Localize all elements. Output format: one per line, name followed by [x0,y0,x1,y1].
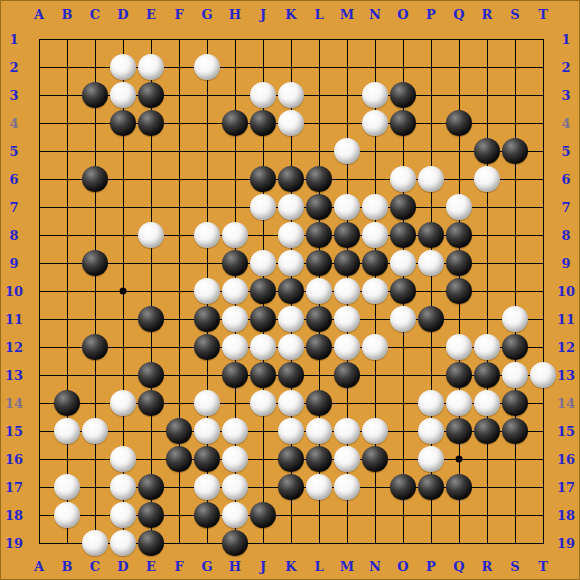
intersection-P15 [417,417,445,445]
coord-label-9: 9 [561,256,570,271]
coord-label-H: H [229,559,241,574]
white-stone [194,418,220,444]
intersection-D4 [109,109,137,137]
intersection-H11 [221,305,249,333]
white-stone [278,110,304,136]
coord-label-5: 5 [561,144,570,159]
black-stone [474,362,500,388]
white-stone [334,306,360,332]
black-stone [250,502,276,528]
white-stone [250,334,276,360]
intersection-H9 [221,249,249,277]
coord-label-B: B [62,7,73,22]
coord-label-J: J [260,559,266,574]
black-stone [278,446,304,472]
white-stone [194,390,220,416]
white-stone [362,82,388,108]
white-stone [110,390,136,416]
white-stone [362,110,388,136]
intersection-K6 [277,165,305,193]
intersection-Q17 [445,473,473,501]
black-stone [390,222,416,248]
black-stone [194,502,220,528]
intersection-J13 [249,361,277,389]
white-stone [222,474,248,500]
coord-label-17: 17 [5,480,23,495]
black-stone [278,278,304,304]
white-stone [194,54,220,80]
intersection-E11 [137,305,165,333]
white-stone [390,306,416,332]
intersection-S12 [501,333,529,361]
intersection-S11 [501,305,529,333]
black-stone [306,446,332,472]
white-stone [334,138,360,164]
intersection-K14 [277,389,305,417]
black-stone [250,110,276,136]
intersection-D2 [109,53,137,81]
black-stone [390,474,416,500]
intersection-O17 [389,473,417,501]
black-stone [334,250,360,276]
coord-label-F: F [174,7,183,22]
black-stone [138,474,164,500]
intersection-P6 [417,165,445,193]
white-stone [194,474,220,500]
white-stone [278,390,304,416]
intersection-K9 [277,249,305,277]
black-stone [306,194,332,220]
white-stone [334,194,360,220]
intersection-M15 [333,417,361,445]
intersection-M8 [333,221,361,249]
intersection-L7 [305,193,333,221]
white-stone [222,418,248,444]
white-stone [390,166,416,192]
intersection-G15 [193,417,221,445]
intersection-H19 [221,529,249,557]
coord-label-8: 8 [9,228,18,243]
black-stone [502,138,528,164]
coord-label-S: S [510,7,519,22]
white-stone [418,446,444,472]
stones-layer [25,25,557,557]
black-stone [138,530,164,556]
intersection-J6 [249,165,277,193]
coord-label-19: 19 [5,536,23,551]
coord-label-T: T [538,7,548,22]
white-stone [306,474,332,500]
coord-label-12: 12 [5,340,23,355]
intersection-J11 [249,305,277,333]
intersection-N15 [361,417,389,445]
coord-label-E: E [146,7,156,22]
coord-label-14: 14 [557,396,575,411]
white-stone [82,418,108,444]
intersection-R15 [473,417,501,445]
coord-label-T: T [538,559,548,574]
intersection-N16 [361,445,389,473]
black-stone [222,250,248,276]
white-stone [418,250,444,276]
intersection-Q15 [445,417,473,445]
black-stone [502,418,528,444]
intersection-P8 [417,221,445,249]
intersection-G11 [193,305,221,333]
coord-label-P: P [426,7,436,22]
intersection-L17 [305,473,333,501]
intersection-G18 [193,501,221,529]
coord-label-C: C [90,7,100,22]
white-stone [278,306,304,332]
intersection-G8 [193,221,221,249]
intersection-J4 [249,109,277,137]
white-stone [278,334,304,360]
black-stone [306,222,332,248]
intersection-G17 [193,473,221,501]
intersection-H18 [221,501,249,529]
coord-label-14: 14 [5,396,23,411]
black-stone [82,334,108,360]
intersection-L14 [305,389,333,417]
intersection-H10 [221,277,249,305]
star-point [109,277,137,305]
black-stone [306,250,332,276]
white-stone [530,362,556,388]
coord-label-N: N [369,7,381,22]
intersection-D14 [109,389,137,417]
intersection-E13 [137,361,165,389]
black-stone [54,390,80,416]
black-stone [474,138,500,164]
intersection-J7 [249,193,277,221]
white-stone [306,278,332,304]
intersection-B17 [53,473,81,501]
white-stone [362,194,388,220]
intersection-Q12 [445,333,473,361]
black-stone [138,110,164,136]
white-stone [334,418,360,444]
intersection-Q10 [445,277,473,305]
white-stone [390,250,416,276]
intersection-E19 [137,529,165,557]
intersection-G10 [193,277,221,305]
black-stone [278,166,304,192]
intersection-P16 [417,445,445,473]
black-stone [306,334,332,360]
intersection-B14 [53,389,81,417]
intersection-E8 [137,221,165,249]
coord-label-13: 13 [557,368,575,383]
black-stone [446,474,472,500]
coord-label-1: 1 [9,32,18,47]
intersection-N8 [361,221,389,249]
white-stone [54,502,80,528]
white-stone [222,222,248,248]
white-stone [474,334,500,360]
coord-label-H: H [229,7,241,22]
intersection-D16 [109,445,137,473]
intersection-M17 [333,473,361,501]
black-stone [194,306,220,332]
coord-label-2: 2 [561,60,570,75]
white-stone [418,166,444,192]
coord-label-18: 18 [557,508,575,523]
intersection-P14 [417,389,445,417]
intersection-R13 [473,361,501,389]
intersection-K4 [277,109,305,137]
intersection-B18 [53,501,81,529]
coord-label-12: 12 [557,340,575,355]
coord-label-16: 16 [557,452,575,467]
intersection-C6 [81,165,109,193]
coord-label-C: C [90,559,100,574]
black-stone [138,82,164,108]
black-stone [222,110,248,136]
black-stone [306,166,332,192]
intersection-N12 [361,333,389,361]
intersection-O4 [389,109,417,137]
intersection-R12 [473,333,501,361]
intersection-M9 [333,249,361,277]
intersection-L11 [305,305,333,333]
intersection-L15 [305,417,333,445]
black-stone [82,82,108,108]
goban[interactable] [0,0,580,580]
white-stone [250,250,276,276]
black-stone [306,390,332,416]
coord-label-O: O [397,7,408,22]
white-stone [194,222,220,248]
intersection-J10 [249,277,277,305]
coord-label-B: B [62,559,73,574]
coord-label-3: 3 [561,88,570,103]
black-stone [446,250,472,276]
white-stone [334,278,360,304]
intersection-H8 [221,221,249,249]
white-stone [502,362,528,388]
intersection-H15 [221,417,249,445]
intersection-N7 [361,193,389,221]
intersection-O10 [389,277,417,305]
star-point-dot [456,456,463,463]
black-stone [502,390,528,416]
coord-label-N: N [369,559,381,574]
coord-label-L: L [314,7,323,22]
intersection-G14 [193,389,221,417]
coord-label-K: K [285,7,296,22]
intersection-P17 [417,473,445,501]
intersection-F15 [165,417,193,445]
intersection-M7 [333,193,361,221]
black-stone [222,362,248,388]
intersection-J3 [249,81,277,109]
white-stone [334,446,360,472]
coord-label-17: 17 [557,480,575,495]
white-stone [362,418,388,444]
coord-label-1: 1 [561,32,570,47]
black-stone [250,278,276,304]
intersection-J18 [249,501,277,529]
black-stone [306,306,332,332]
coord-label-L: L [314,559,323,574]
black-stone [110,110,136,136]
intersection-L8 [305,221,333,249]
black-stone [250,166,276,192]
intersection-N4 [361,109,389,137]
intersection-K15 [277,417,305,445]
coord-label-J: J [260,7,266,22]
black-stone [390,278,416,304]
black-stone [278,362,304,388]
intersection-C19 [81,529,109,557]
white-stone [278,250,304,276]
black-stone [502,334,528,360]
intersection-S13 [501,361,529,389]
intersection-K10 [277,277,305,305]
black-stone [446,418,472,444]
intersection-K17 [277,473,305,501]
intersection-T13 [529,361,557,389]
white-stone [138,54,164,80]
black-stone [166,446,192,472]
intersection-C9 [81,249,109,277]
black-stone [362,250,388,276]
intersection-B15 [53,417,81,445]
black-stone [250,306,276,332]
white-stone [222,502,248,528]
coord-label-4: 4 [561,116,570,131]
black-stone [82,166,108,192]
intersection-M10 [333,277,361,305]
intersection-H13 [221,361,249,389]
black-stone [82,250,108,276]
coord-label-R: R [482,559,493,574]
coord-label-P: P [426,559,436,574]
intersection-P11 [417,305,445,333]
white-stone [362,334,388,360]
black-stone [390,110,416,136]
intersection-D17 [109,473,137,501]
intersection-K11 [277,305,305,333]
black-stone [418,306,444,332]
coord-label-Q: Q [453,559,464,574]
white-stone [222,446,248,472]
black-stone [138,306,164,332]
intersection-S5 [501,137,529,165]
white-stone [278,418,304,444]
coord-label-6: 6 [9,172,18,187]
intersection-O9 [389,249,417,277]
black-stone [418,474,444,500]
black-stone [278,474,304,500]
coord-label-15: 15 [5,424,23,439]
intersection-Q9 [445,249,473,277]
intersection-E3 [137,81,165,109]
intersection-O7 [389,193,417,221]
coord-label-19: 19 [557,536,575,551]
coord-label-8: 8 [561,228,570,243]
intersection-C15 [81,417,109,445]
black-stone [418,222,444,248]
white-stone [278,82,304,108]
intersection-S15 [501,417,529,445]
coord-label-A: A [34,559,44,574]
coord-label-6: 6 [561,172,570,187]
black-stone [474,418,500,444]
coord-label-M: M [340,559,354,574]
white-stone [194,278,220,304]
coord-label-3: 3 [9,88,18,103]
intersection-C12 [81,333,109,361]
intersection-O11 [389,305,417,333]
intersection-P9 [417,249,445,277]
white-stone [250,82,276,108]
white-stone [250,194,276,220]
coord-label-7: 7 [9,200,18,215]
black-stone [194,446,220,472]
coord-label-10: 10 [5,284,23,299]
white-stone [474,390,500,416]
black-stone [446,278,472,304]
intersection-G16 [193,445,221,473]
intersection-Q8 [445,221,473,249]
coord-label-D: D [117,559,128,574]
coord-label-4: 4 [9,116,18,131]
coord-label-13: 13 [5,368,23,383]
coord-label-15: 15 [557,424,575,439]
intersection-G2 [193,53,221,81]
black-stone [362,446,388,472]
intersection-E17 [137,473,165,501]
coord-label-D: D [117,7,128,22]
intersection-O6 [389,165,417,193]
intersection-D19 [109,529,137,557]
intersection-D3 [109,81,137,109]
coord-label-K: K [285,559,296,574]
white-stone [474,166,500,192]
intersection-K12 [277,333,305,361]
star-point [445,445,473,473]
intersection-H17 [221,473,249,501]
intersection-C3 [81,81,109,109]
white-stone [334,334,360,360]
white-stone [446,390,472,416]
intersection-G12 [193,333,221,361]
go-board-screenshot: ABCDEFGHJKLMNOPQRST ABCDEFGHJKLMNOPQRST … [0,0,580,580]
black-stone [446,110,472,136]
white-stone [54,474,80,500]
intersection-M12 [333,333,361,361]
white-stone [222,334,248,360]
white-stone [306,418,332,444]
coord-label-7: 7 [561,200,570,215]
white-stone [502,306,528,332]
intersection-L9 [305,249,333,277]
intersection-J14 [249,389,277,417]
black-stone [194,334,220,360]
white-stone [110,474,136,500]
intersection-L16 [305,445,333,473]
intersection-L12 [305,333,333,361]
black-stone [390,82,416,108]
intersection-N10 [361,277,389,305]
black-stone [334,362,360,388]
coord-label-5: 5 [9,144,18,159]
intersection-R14 [473,389,501,417]
coord-label-S: S [510,559,519,574]
intersection-E4 [137,109,165,137]
